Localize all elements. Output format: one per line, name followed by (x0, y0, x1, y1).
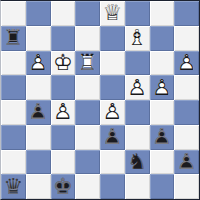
square-f1[interactable] (125, 174, 150, 199)
square-f6[interactable] (125, 51, 150, 76)
square-c1[interactable] (51, 174, 76, 199)
white-pawn-piece[interactable] (51, 100, 76, 125)
black-pawn-piece[interactable] (100, 125, 125, 150)
square-g1[interactable] (150, 174, 175, 199)
square-g3[interactable] (150, 125, 175, 150)
square-f4[interactable] (125, 100, 150, 125)
square-e4[interactable] (100, 100, 125, 125)
square-f5[interactable] (125, 75, 150, 100)
square-e5[interactable] (100, 75, 125, 100)
square-d2[interactable] (75, 150, 100, 175)
square-a7[interactable] (1, 26, 26, 51)
square-f3[interactable] (125, 125, 150, 150)
square-f2[interactable] (125, 150, 150, 175)
square-b3[interactable] (26, 125, 51, 150)
black-rook-piece[interactable] (1, 26, 26, 51)
square-c6[interactable] (51, 51, 76, 76)
square-c8[interactable] (51, 1, 76, 26)
white-queen-piece[interactable] (100, 1, 125, 26)
square-c5[interactable] (51, 75, 76, 100)
black-pawn-piece[interactable] (150, 125, 175, 150)
square-b5[interactable] (26, 75, 51, 100)
square-g5[interactable] (150, 75, 175, 100)
square-a6[interactable] (1, 51, 26, 76)
square-b4[interactable] (26, 100, 51, 125)
white-pawn-piece[interactable] (100, 100, 125, 125)
square-h4[interactable] (174, 100, 199, 125)
square-d4[interactable] (75, 100, 100, 125)
square-d3[interactable] (75, 125, 100, 150)
square-h3[interactable] (174, 125, 199, 150)
white-pawn-piece[interactable] (174, 51, 199, 76)
square-h6[interactable] (174, 51, 199, 76)
square-b1[interactable] (26, 174, 51, 199)
square-c2[interactable] (51, 150, 76, 175)
square-a2[interactable] (1, 150, 26, 175)
square-c4[interactable] (51, 100, 76, 125)
square-c3[interactable] (51, 125, 76, 150)
square-d6[interactable] (75, 51, 100, 76)
black-queen-piece[interactable] (1, 174, 26, 199)
white-pawn-piece[interactable] (150, 75, 175, 100)
square-e7[interactable] (100, 26, 125, 51)
square-h5[interactable] (174, 75, 199, 100)
black-pawn-piece[interactable] (26, 100, 51, 125)
square-e6[interactable] (100, 51, 125, 76)
square-b2[interactable] (26, 150, 51, 175)
square-e2[interactable] (100, 150, 125, 175)
square-a5[interactable] (1, 75, 26, 100)
square-h1[interactable] (174, 174, 199, 199)
square-g6[interactable] (150, 51, 175, 76)
square-f7[interactable] (125, 26, 150, 51)
white-rook-piece[interactable] (75, 51, 100, 76)
square-b6[interactable] (26, 51, 51, 76)
square-b8[interactable] (26, 1, 51, 26)
square-h8[interactable] (174, 1, 199, 26)
black-knight-piece[interactable] (125, 150, 150, 175)
square-e8[interactable] (100, 1, 125, 26)
square-e3[interactable] (100, 125, 125, 150)
square-g2[interactable] (150, 150, 175, 175)
square-d1[interactable] (75, 174, 100, 199)
white-king-piece[interactable] (51, 51, 76, 76)
square-a4[interactable] (1, 100, 26, 125)
square-g4[interactable] (150, 100, 175, 125)
square-d7[interactable] (75, 26, 100, 51)
square-a1[interactable] (1, 174, 26, 199)
square-h7[interactable] (174, 26, 199, 51)
square-e1[interactable] (100, 174, 125, 199)
black-king-piece[interactable] (51, 174, 76, 199)
square-a3[interactable] (1, 125, 26, 150)
square-b7[interactable] (26, 26, 51, 51)
white-bishop-piece[interactable] (125, 26, 150, 51)
square-g8[interactable] (150, 1, 175, 26)
white-pawn-piece[interactable] (26, 51, 51, 76)
square-g7[interactable] (150, 26, 175, 51)
square-d5[interactable] (75, 75, 100, 100)
chess-board (0, 0, 200, 200)
square-f8[interactable] (125, 1, 150, 26)
black-pawn-piece[interactable] (174, 150, 199, 175)
square-d8[interactable] (75, 1, 100, 26)
white-pawn-piece[interactable] (125, 75, 150, 100)
square-a8[interactable] (1, 1, 26, 26)
square-c7[interactable] (51, 26, 76, 51)
square-h2[interactable] (174, 150, 199, 175)
